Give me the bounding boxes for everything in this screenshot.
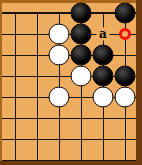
black-stone	[93, 45, 114, 66]
white-stone	[49, 24, 70, 45]
board-frame-right	[136, 0, 142, 165]
white-stone	[49, 45, 70, 66]
black-stone	[115, 3, 136, 24]
black-stone	[71, 24, 92, 45]
white-stone	[93, 87, 114, 108]
point-label-a: a	[97, 28, 110, 41]
go-diagram: a	[0, 0, 142, 165]
white-stone	[71, 66, 92, 87]
black-stone	[71, 45, 92, 66]
white-stone	[49, 87, 70, 108]
black-stone	[71, 3, 92, 24]
board-frame-bottom	[0, 161, 142, 165]
board-frame-left	[0, 0, 2, 165]
red-circle-marker	[119, 28, 131, 40]
black-stone	[115, 66, 136, 87]
black-stone	[93, 66, 114, 87]
white-stone	[115, 87, 136, 108]
